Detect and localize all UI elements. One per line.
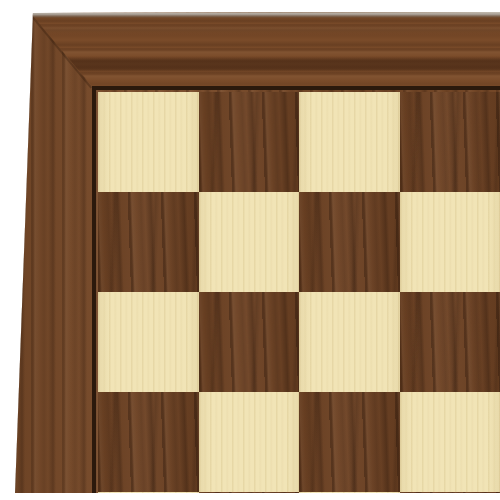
square-a4 xyxy=(98,492,199,500)
square-d7 xyxy=(400,192,500,292)
chessboard-product-photo xyxy=(0,0,500,500)
square-b7 xyxy=(199,192,300,292)
square-a8 xyxy=(98,92,199,192)
square-c6 xyxy=(299,292,400,392)
square-a7 xyxy=(98,192,199,292)
square-c7 xyxy=(299,192,400,292)
chess-board xyxy=(0,0,500,500)
board-squares-grid xyxy=(98,92,500,500)
square-d8 xyxy=(400,92,500,192)
square-b5 xyxy=(199,392,300,492)
square-c8 xyxy=(299,92,400,192)
board-top-edge-bevel xyxy=(28,12,500,18)
square-c4 xyxy=(299,492,400,500)
square-d6 xyxy=(400,292,500,392)
square-c5 xyxy=(299,392,400,492)
square-d4 xyxy=(400,492,500,500)
square-b4 xyxy=(199,492,300,500)
square-a6 xyxy=(98,292,199,392)
square-b6 xyxy=(199,292,300,392)
square-d5 xyxy=(400,392,500,492)
square-a5 xyxy=(98,392,199,492)
square-b8 xyxy=(199,92,300,192)
